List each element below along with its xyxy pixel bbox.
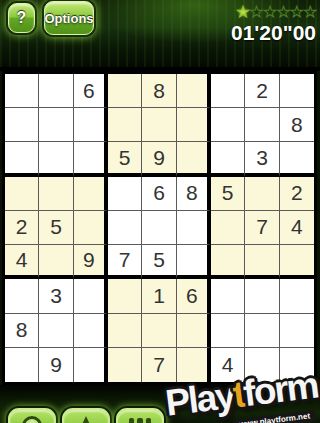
sudoku-cell-r5c6[interactable] xyxy=(177,211,211,245)
sudoku-cell-r2c9[interactable]: 8 xyxy=(280,108,314,142)
options-button-label: Options xyxy=(44,11,93,26)
sudoku-cell-r8c1[interactable]: 8 xyxy=(5,314,39,348)
sudoku-cell-r2c3[interactable] xyxy=(74,108,108,142)
sudoku-cell-r4c3[interactable] xyxy=(74,177,108,211)
sudoku-cell-r5c7[interactable] xyxy=(211,211,245,245)
sudoku-cell-r4c7[interactable]: 5 xyxy=(211,177,245,211)
options-button[interactable]: Options xyxy=(44,1,94,35)
sudoku-cell-r4c2[interactable] xyxy=(39,177,73,211)
sudoku-cell-r1c8[interactable]: 2 xyxy=(245,74,279,108)
sudoku-cell-r5c3[interactable] xyxy=(74,211,108,245)
sudoku-cell-r5c4[interactable] xyxy=(108,211,142,245)
sudoku-cell-r9c7[interactable]: 4 xyxy=(211,348,245,382)
sudoku-cell-r6c9[interactable] xyxy=(280,245,314,279)
sudoku-cell-r6c1[interactable]: 4 xyxy=(5,245,39,279)
sudoku-cell-r5c1[interactable]: 2 xyxy=(5,211,39,245)
sudoku-cell-r8c4[interactable] xyxy=(108,314,142,348)
sudoku-cell-r3c3[interactable] xyxy=(74,142,108,176)
sudoku-cell-r7c4[interactable] xyxy=(108,279,142,313)
sudoku-cell-r1c9[interactable] xyxy=(280,74,314,108)
sudoku-cell-r5c5[interactable] xyxy=(142,211,176,245)
sudoku-cell-r4c6[interactable]: 8 xyxy=(177,177,211,211)
sudoku-cell-r5c2[interactable]: 5 xyxy=(39,211,73,245)
sudoku-cell-r1c1[interactable] xyxy=(5,74,39,108)
sudoku-cell-r4c4[interactable] xyxy=(108,177,142,211)
sudoku-cell-r3c4[interactable]: 5 xyxy=(108,142,142,176)
sudoku-cell-r7c3[interactable] xyxy=(74,279,108,313)
sudoku-cell-r6c6[interactable] xyxy=(177,245,211,279)
sudoku-cell-r1c4[interactable] xyxy=(108,74,142,108)
sudoku-cell-r9c9[interactable] xyxy=(280,348,314,382)
clock-icon xyxy=(22,416,42,423)
difficulty-stars: ★★★★★★ xyxy=(236,4,317,19)
sudoku-cell-r7c9[interactable] xyxy=(280,279,314,313)
sudoku-cell-r4c1[interactable] xyxy=(5,177,39,211)
sudoku-grid: 68285936852257449753168974 xyxy=(2,71,317,385)
sudoku-cell-r1c6[interactable] xyxy=(177,74,211,108)
sudoku-cell-r1c3[interactable]: 6 xyxy=(74,74,108,108)
sudoku-cell-r9c2[interactable]: 9 xyxy=(39,348,73,382)
star-filled-icon: ★ xyxy=(236,4,249,19)
sudoku-cell-r2c2[interactable] xyxy=(39,108,73,142)
sudoku-cell-r1c7[interactable] xyxy=(211,74,245,108)
sudoku-cell-r7c8[interactable] xyxy=(245,279,279,313)
star-empty-icon: ★ xyxy=(263,4,276,19)
question-icon: ? xyxy=(17,9,27,27)
sudoku-cell-r1c5[interactable]: 8 xyxy=(142,74,176,108)
sudoku-cell-r8c7[interactable] xyxy=(211,314,245,348)
sudoku-cell-r9c3[interactable] xyxy=(74,348,108,382)
sudoku-cell-r1c2[interactable] xyxy=(39,74,73,108)
sudoku-cell-r9c5[interactable]: 7 xyxy=(142,348,176,382)
sudoku-cell-r2c1[interactable] xyxy=(5,108,39,142)
sudoku-cell-r7c6[interactable]: 6 xyxy=(177,279,211,313)
star-empty-icon: ★ xyxy=(304,4,317,19)
sudoku-cell-r2c5[interactable] xyxy=(142,108,176,142)
sudoku-cell-r6c8[interactable] xyxy=(245,245,279,279)
sudoku-cell-r7c2[interactable]: 3 xyxy=(39,279,73,313)
sudoku-cell-r6c5[interactable]: 5 xyxy=(142,245,176,279)
sudoku-cell-r2c4[interactable] xyxy=(108,108,142,142)
sudoku-cell-r6c7[interactable] xyxy=(211,245,245,279)
numbers-button[interactable] xyxy=(116,408,164,423)
numbers-icon xyxy=(129,418,151,423)
app-screen: ? Options ★★★★★★ 01'20"00 68285936852257… xyxy=(0,0,320,423)
star-empty-icon: ★ xyxy=(290,4,303,19)
sudoku-cell-r3c6[interactable] xyxy=(177,142,211,176)
sudoku-cell-r4c9[interactable]: 2 xyxy=(280,177,314,211)
sudoku-cell-r7c5[interactable]: 1 xyxy=(142,279,176,313)
sudoku-cell-r8c6[interactable] xyxy=(177,314,211,348)
sudoku-cell-r8c2[interactable] xyxy=(39,314,73,348)
sudoku-cell-r3c7[interactable] xyxy=(211,142,245,176)
timer-display: 01'20"00 xyxy=(231,21,316,45)
sudoku-cell-r6c2[interactable] xyxy=(39,245,73,279)
pencil-icon xyxy=(81,416,91,423)
sudoku-cell-r8c9[interactable] xyxy=(280,314,314,348)
sudoku-cell-r3c9[interactable] xyxy=(280,142,314,176)
pencil-button[interactable] xyxy=(62,408,110,423)
star-empty-icon: ★ xyxy=(277,4,290,19)
sudoku-cell-r7c1[interactable] xyxy=(5,279,39,313)
sudoku-cell-r3c1[interactable] xyxy=(5,142,39,176)
sudoku-cell-r5c9[interactable]: 4 xyxy=(280,211,314,245)
sudoku-cell-r2c6[interactable] xyxy=(177,108,211,142)
sudoku-cell-r8c8[interactable] xyxy=(245,314,279,348)
sudoku-cell-r8c3[interactable] xyxy=(74,314,108,348)
sudoku-cell-r2c7[interactable] xyxy=(211,108,245,142)
sudoku-cell-r4c8[interactable] xyxy=(245,177,279,211)
sudoku-cell-r9c4[interactable] xyxy=(108,348,142,382)
sudoku-cell-r9c6[interactable] xyxy=(177,348,211,382)
sudoku-cell-r3c5[interactable]: 9 xyxy=(142,142,176,176)
sudoku-cell-r2c8[interactable] xyxy=(245,108,279,142)
sudoku-cell-r4c5[interactable]: 6 xyxy=(142,177,176,211)
star-empty-icon: ★ xyxy=(250,4,263,19)
clock-button[interactable] xyxy=(8,408,56,423)
help-button[interactable]: ? xyxy=(8,3,35,33)
sudoku-cell-r9c8[interactable] xyxy=(245,348,279,382)
sudoku-cell-r3c2[interactable] xyxy=(39,142,73,176)
sudoku-cell-r6c3[interactable]: 9 xyxy=(74,245,108,279)
sudoku-cell-r6c4[interactable]: 7 xyxy=(108,245,142,279)
sudoku-cell-r5c8[interactable]: 7 xyxy=(245,211,279,245)
sudoku-cell-r9c1[interactable] xyxy=(5,348,39,382)
sudoku-cell-r8c5[interactable] xyxy=(142,314,176,348)
sudoku-cell-r7c7[interactable] xyxy=(211,279,245,313)
sudoku-cell-r3c8[interactable]: 3 xyxy=(245,142,279,176)
bottom-toolbar xyxy=(0,385,320,423)
top-bar: ? Options ★★★★★★ 01'20"00 xyxy=(0,0,320,71)
